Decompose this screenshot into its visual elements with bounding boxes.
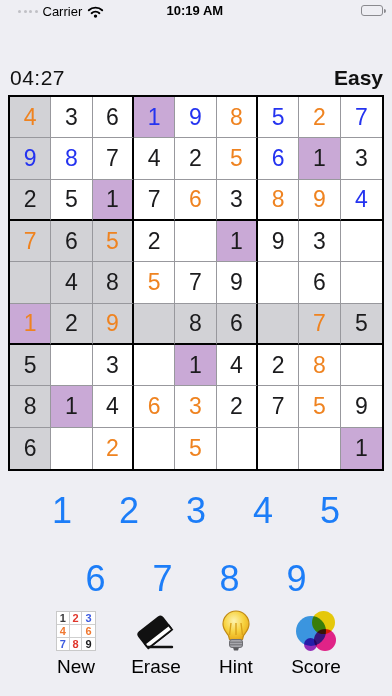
pad-digit-4[interactable]: 4	[230, 486, 297, 536]
mini-grid-cell: 3	[82, 612, 95, 625]
status-bar: Carrier 10:19 AM	[0, 0, 392, 22]
cell-r7c6[interactable]: 4	[217, 345, 258, 386]
cell-r9c3[interactable]: 2	[93, 428, 134, 469]
cell-r5c5[interactable]: 7	[175, 262, 216, 303]
new-button-label: New	[57, 656, 95, 678]
cell-r8c6[interactable]: 2	[217, 386, 258, 427]
cell-r3c7[interactable]: 8	[258, 180, 299, 221]
cell-r4c3[interactable]: 5	[93, 221, 134, 262]
new-puzzle-grid-icon: 12346789	[56, 611, 96, 651]
cell-r8c4[interactable]: 6	[134, 386, 175, 427]
cell-r5c7[interactable]	[258, 262, 299, 303]
cell-r7c9[interactable]	[341, 345, 382, 386]
cell-r9c1[interactable]: 6	[10, 428, 51, 469]
cell-r7c4[interactable]	[134, 345, 175, 386]
cell-r6c2[interactable]: 2	[51, 304, 92, 345]
cell-r9c7[interactable]	[258, 428, 299, 469]
cell-r1c3[interactable]: 6	[93, 97, 134, 138]
mini-grid-cell: 1	[57, 612, 70, 625]
cell-r7c7[interactable]: 2	[258, 345, 299, 386]
game-header: 04:27 Easy	[10, 66, 383, 90]
cell-r1c8[interactable]: 2	[299, 97, 340, 138]
hint-button-label: Hint	[219, 656, 253, 678]
cell-r1c7[interactable]: 5	[258, 97, 299, 138]
cell-r5c9[interactable]	[341, 262, 382, 303]
cell-r6c6[interactable]: 6	[217, 304, 258, 345]
sudoku-board: 4361985279874256132517638947652193485796…	[8, 95, 384, 471]
cell-r6c4[interactable]	[134, 304, 175, 345]
cell-r5c3[interactable]: 8	[93, 262, 134, 303]
cell-r7c1[interactable]: 5	[10, 345, 51, 386]
number-pad-row-2: 6789	[0, 554, 392, 604]
cell-r3c5[interactable]: 6	[175, 180, 216, 221]
cell-r5c6[interactable]: 9	[217, 262, 258, 303]
cell-r6c3[interactable]: 9	[93, 304, 134, 345]
cell-r8c2[interactable]: 1	[51, 386, 92, 427]
cell-r2c8[interactable]: 1	[299, 138, 340, 179]
cell-r8c3[interactable]: 4	[93, 386, 134, 427]
pad-digit-5[interactable]: 5	[297, 486, 364, 536]
cell-r2c3[interactable]: 7	[93, 138, 134, 179]
cell-r2c1[interactable]: 9	[10, 138, 51, 179]
mini-grid-cell: 4	[57, 625, 70, 638]
cell-r2c4[interactable]: 4	[134, 138, 175, 179]
new-button[interactable]: 12346789 New	[36, 609, 116, 678]
cell-r5c2[interactable]: 4	[51, 262, 92, 303]
cell-r2c6[interactable]: 5	[217, 138, 258, 179]
cell-r8c1[interactable]: 8	[10, 386, 51, 427]
cell-r2c5[interactable]: 2	[175, 138, 216, 179]
cell-r8c7[interactable]: 7	[258, 386, 299, 427]
cell-r4c5[interactable]	[175, 221, 216, 262]
cell-r9c4[interactable]	[134, 428, 175, 469]
erase-button[interactable]: Erase	[116, 609, 196, 678]
mini-grid-cell: 8	[70, 638, 83, 650]
pad-digit-9[interactable]: 9	[263, 554, 330, 604]
cell-r9c5[interactable]: 5	[175, 428, 216, 469]
cell-r3c4[interactable]: 7	[134, 180, 175, 221]
cell-r6c1[interactable]: 1	[10, 304, 51, 345]
cell-r5c8[interactable]: 6	[299, 262, 340, 303]
pad-digit-7[interactable]: 7	[129, 554, 196, 604]
cell-r3c2[interactable]: 5	[51, 180, 92, 221]
cell-r7c3[interactable]: 3	[93, 345, 134, 386]
cell-r6c7[interactable]	[258, 304, 299, 345]
toolbar: 12346789 New Erase	[0, 609, 392, 678]
cell-r9c6[interactable]	[217, 428, 258, 469]
mini-grid-cell	[70, 625, 83, 638]
cell-r4c2[interactable]: 6	[51, 221, 92, 262]
cell-r3c9[interactable]: 4	[341, 180, 382, 221]
cell-r8c5[interactable]: 3	[175, 386, 216, 427]
cell-r3c6[interactable]: 3	[217, 180, 258, 221]
hint-button[interactable]: Hint	[196, 609, 276, 678]
game-center-icon	[294, 609, 338, 653]
cell-r9c9[interactable]: 1	[341, 428, 382, 469]
pad-digit-2[interactable]: 2	[96, 486, 163, 536]
carrier-label: Carrier	[43, 4, 83, 19]
cell-r9c2[interactable]	[51, 428, 92, 469]
cell-r6c9[interactable]: 5	[341, 304, 382, 345]
cell-r7c2[interactable]	[51, 345, 92, 386]
mini-grid-cell: 2	[70, 612, 83, 625]
cell-r7c5[interactable]: 1	[175, 345, 216, 386]
clock-time: 10:19 AM	[167, 3, 224, 18]
cellular-signal-icon	[18, 10, 38, 13]
cell-r8c8[interactable]: 5	[299, 386, 340, 427]
lightbulb-icon	[214, 609, 258, 653]
mini-grid-cell: 9	[82, 638, 95, 650]
cell-r9c8[interactable]	[299, 428, 340, 469]
cell-r1c1[interactable]: 4	[10, 97, 51, 138]
difficulty-label: Easy	[334, 66, 383, 90]
cell-r1c2[interactable]: 3	[51, 97, 92, 138]
cell-r7c8[interactable]: 8	[299, 345, 340, 386]
cell-r4c6[interactable]: 1	[217, 221, 258, 262]
score-button-label: Score	[291, 656, 341, 678]
cell-r4c1[interactable]: 7	[10, 221, 51, 262]
cell-r5c4[interactable]: 5	[134, 262, 175, 303]
cell-r4c8[interactable]: 3	[299, 221, 340, 262]
pad-digit-8[interactable]: 8	[196, 554, 263, 604]
eraser-icon	[134, 609, 178, 653]
number-pad-row-1: 12345	[0, 486, 392, 536]
cell-r1c9[interactable]: 7	[341, 97, 382, 138]
wifi-icon	[87, 6, 104, 18]
battery-icon	[361, 5, 386, 16]
pad-digit-3[interactable]: 3	[163, 486, 230, 536]
mini-grid-cell: 6	[82, 625, 95, 638]
erase-button-label: Erase	[131, 656, 181, 678]
cell-r6c8[interactable]: 7	[299, 304, 340, 345]
cell-r8c9[interactable]: 9	[341, 386, 382, 427]
cell-r4c9[interactable]	[341, 221, 382, 262]
score-button[interactable]: Score	[276, 609, 356, 678]
cell-r4c4[interactable]: 2	[134, 221, 175, 262]
cell-r3c8[interactable]: 9	[299, 180, 340, 221]
cell-r2c9[interactable]: 3	[341, 138, 382, 179]
pad-digit-1[interactable]: 1	[29, 486, 96, 536]
timer: 04:27	[10, 66, 65, 90]
cell-r3c3[interactable]: 1	[93, 180, 134, 221]
cell-r1c6[interactable]: 8	[217, 97, 258, 138]
cell-r2c7[interactable]: 6	[258, 138, 299, 179]
cell-r1c4[interactable]: 1	[134, 97, 175, 138]
cell-r2c2[interactable]: 8	[51, 138, 92, 179]
cell-r3c1[interactable]: 2	[10, 180, 51, 221]
cell-r4c7[interactable]: 9	[258, 221, 299, 262]
pad-digit-6[interactable]: 6	[62, 554, 129, 604]
cell-r1c5[interactable]: 9	[175, 97, 216, 138]
cell-r6c5[interactable]: 8	[175, 304, 216, 345]
cell-r5c1[interactable]	[10, 262, 51, 303]
mini-grid-cell: 7	[57, 638, 70, 650]
